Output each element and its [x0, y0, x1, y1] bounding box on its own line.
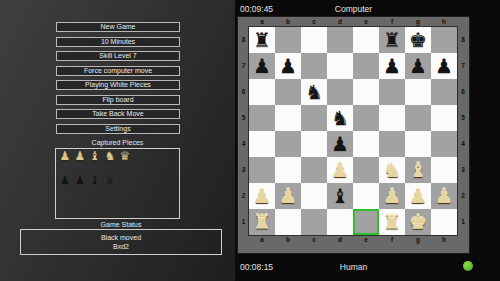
- human-label: Human: [237, 262, 470, 272]
- white-pawn: ♟: [249, 183, 275, 209]
- square-c1[interactable]: [301, 209, 327, 235]
- square-d8[interactable]: [327, 27, 353, 53]
- white-pawn: ♟: [275, 183, 301, 209]
- status-line-1: Black moved: [21, 233, 221, 242]
- square-e3[interactable]: [353, 157, 379, 183]
- square-b8[interactable]: [275, 27, 301, 53]
- turn-indicator: [463, 261, 473, 271]
- square-f5[interactable]: [379, 105, 405, 131]
- white-captured-pawn: ♟: [74, 150, 86, 163]
- black-pawn: ♟: [405, 53, 431, 79]
- black-pawn: ♟: [379, 53, 405, 79]
- coord-label-3: 3: [238, 157, 249, 183]
- square-f3[interactable]: ♞: [379, 157, 405, 183]
- white-pawn: ♟: [327, 157, 353, 183]
- playing-side-button[interactable]: Playing White Pieces: [56, 80, 180, 90]
- white-captured-queen: ♛: [119, 150, 131, 163]
- white-rook: ♜: [379, 209, 405, 235]
- square-a4[interactable]: [249, 131, 275, 157]
- square-f8[interactable]: ♜: [379, 27, 405, 53]
- square-a5[interactable]: [249, 105, 275, 131]
- captured-white-row: ♟♟♝♞♛: [56, 150, 179, 163]
- rank-labels-right: 87654321: [457, 27, 469, 235]
- square-f7[interactable]: ♟: [379, 53, 405, 79]
- square-b6[interactable]: [275, 79, 301, 105]
- coord-label-h: h: [431, 235, 457, 246]
- captured-pieces-box: ♟♟♝♞♛ ♟♟♝♛: [55, 148, 180, 219]
- square-f1[interactable]: ♜: [379, 209, 405, 235]
- square-h4[interactable]: [431, 131, 457, 157]
- square-e7[interactable]: [353, 53, 379, 79]
- square-d7[interactable]: [327, 53, 353, 79]
- square-e2[interactable]: [353, 183, 379, 209]
- square-f2[interactable]: ♟: [379, 183, 405, 209]
- captured-black-row: ♟♟♝♛: [56, 174, 179, 187]
- square-b5[interactable]: [275, 105, 301, 131]
- rank-labels-left: 87654321: [238, 27, 249, 235]
- time-control-button[interactable]: 10 Minutes: [56, 37, 180, 47]
- captured-pieces-title: Captured Pieces: [55, 139, 180, 146]
- coord-label-g: g: [405, 235, 431, 246]
- skill-level-button[interactable]: Skill Level 7: [56, 51, 180, 61]
- square-d2[interactable]: ♝: [327, 183, 353, 209]
- coord-label-5: 5: [238, 105, 249, 131]
- square-g1[interactable]: ♚: [405, 209, 431, 235]
- coord-label-f: f: [379, 17, 405, 27]
- square-b2[interactable]: ♟: [275, 183, 301, 209]
- square-h5[interactable]: [431, 105, 457, 131]
- square-b7[interactable]: ♟: [275, 53, 301, 79]
- square-e1[interactable]: [353, 209, 379, 235]
- black-captured-pawn: ♟: [74, 174, 86, 187]
- coord-label-e: e: [353, 17, 379, 27]
- black-king: ♚: [405, 27, 431, 53]
- white-captured-pawn: ♟: [59, 150, 71, 163]
- coord-label-f: f: [379, 235, 405, 246]
- square-d3[interactable]: ♟: [327, 157, 353, 183]
- white-rook: ♜: [249, 209, 275, 235]
- coord-label-7: 7: [457, 53, 469, 79]
- white-captured-bishop: ♝: [89, 150, 101, 163]
- game-status-box: Black moved Bxd2: [20, 229, 222, 255]
- black-captured-queen: ♛: [104, 174, 116, 187]
- white-king: ♚: [405, 209, 431, 235]
- square-g6[interactable]: [405, 79, 431, 105]
- coord-label-8: 8: [457, 27, 469, 53]
- white-captured-knight: ♞: [104, 150, 116, 163]
- coord-label-1: 1: [457, 209, 469, 235]
- square-a3[interactable]: [249, 157, 275, 183]
- square-d6[interactable]: [327, 79, 353, 105]
- black-knight: ♞: [327, 105, 353, 131]
- square-a7[interactable]: ♟: [249, 53, 275, 79]
- square-b4[interactable]: [275, 131, 301, 157]
- square-d1[interactable]: [327, 209, 353, 235]
- take-back-move-button[interactable]: Take Back Move: [56, 109, 180, 119]
- coord-label-1: 1: [238, 209, 249, 235]
- square-d4[interactable]: ♟: [327, 131, 353, 157]
- coord-label-5: 5: [457, 105, 469, 131]
- square-h2[interactable]: ♟: [431, 183, 457, 209]
- status-line-2: Bxd2: [21, 242, 221, 251]
- square-g5[interactable]: [405, 105, 431, 131]
- flip-board-button[interactable]: Flip board: [56, 95, 180, 105]
- coord-label-c: c: [301, 235, 327, 246]
- square-c7[interactable]: [301, 53, 327, 79]
- coord-label-g: g: [405, 17, 431, 27]
- square-b1[interactable]: [275, 209, 301, 235]
- square-c6[interactable]: ♞: [301, 79, 327, 105]
- coord-label-4: 4: [238, 131, 249, 157]
- square-c5[interactable]: [301, 105, 327, 131]
- square-a6[interactable]: [249, 79, 275, 105]
- coord-label-d: d: [327, 17, 353, 27]
- white-pawn: ♟: [431, 183, 457, 209]
- square-f6[interactable]: [379, 79, 405, 105]
- black-pawn: ♟: [327, 131, 353, 157]
- coord-label-4: 4: [457, 131, 469, 157]
- settings-button[interactable]: Settings: [56, 124, 180, 134]
- square-d5[interactable]: ♞: [327, 105, 353, 131]
- black-pawn: ♟: [431, 53, 457, 79]
- computer-label: Computer: [237, 4, 470, 14]
- black-rook: ♜: [249, 27, 275, 53]
- square-a8[interactable]: ♜: [249, 27, 275, 53]
- square-h6[interactable]: [431, 79, 457, 105]
- coord-label-6: 6: [238, 79, 249, 105]
- coord-label-b: b: [275, 17, 301, 27]
- coord-label-a: a: [249, 17, 275, 27]
- menu-panel: New Game 10 Minutes Skill Level 7 Force …: [56, 22, 180, 134]
- square-c2[interactable]: [301, 183, 327, 209]
- chess-board: abcdefgh 87654321 ♜♜♚♟♟♟♟♟♞♞♟♟♞♝♟♟♝♟♟♟♜♜…: [237, 16, 470, 254]
- square-g3[interactable]: ♝: [405, 157, 431, 183]
- coord-label-d: d: [327, 235, 353, 246]
- board-region: 00:09:45 Computer abcdefgh 87654321 ♜♜♚♟…: [235, 0, 500, 281]
- square-b3[interactable]: [275, 157, 301, 183]
- file-labels-bottom: abcdefgh: [249, 235, 457, 246]
- coord-label-e: e: [353, 235, 379, 246]
- square-c3[interactable]: [301, 157, 327, 183]
- black-pawn: ♟: [275, 53, 301, 79]
- square-g8[interactable]: ♚: [405, 27, 431, 53]
- coord-label-7: 7: [238, 53, 249, 79]
- white-pawn: ♟: [405, 183, 431, 209]
- coord-label-h: h: [431, 17, 457, 27]
- black-bishop: ♝: [327, 183, 353, 209]
- coord-label-2: 2: [457, 183, 469, 209]
- square-h8[interactable]: [431, 27, 457, 53]
- square-h7[interactable]: ♟: [431, 53, 457, 79]
- black-captured-bishop: ♝: [89, 174, 101, 187]
- square-e4[interactable]: [353, 131, 379, 157]
- coord-label-3: 3: [457, 157, 469, 183]
- coord-label-8: 8: [238, 27, 249, 53]
- square-h1[interactable]: [431, 209, 457, 235]
- black-rook: ♜: [379, 27, 405, 53]
- coord-label-c: c: [301, 17, 327, 27]
- square-g7[interactable]: ♟: [405, 53, 431, 79]
- square-a1[interactable]: ♜: [249, 209, 275, 235]
- square-f4[interactable]: [379, 131, 405, 157]
- coord-label-2: 2: [238, 183, 249, 209]
- square-e6[interactable]: [353, 79, 379, 105]
- coord-label-6: 6: [457, 79, 469, 105]
- white-bishop: ♝: [405, 157, 431, 183]
- black-pawn: ♟: [249, 53, 275, 79]
- square-e8[interactable]: [353, 27, 379, 53]
- white-knight: ♞: [379, 157, 405, 183]
- square-g4[interactable]: [405, 131, 431, 157]
- square-c4[interactable]: [301, 131, 327, 157]
- square-e5[interactable]: [353, 105, 379, 131]
- board-squares: ♜♜♚♟♟♟♟♟♞♞♟♟♞♝♟♟♝♟♟♟♜♜♚: [249, 27, 457, 235]
- black-knight: ♞: [301, 79, 327, 105]
- square-c8[interactable]: [301, 27, 327, 53]
- game-status-title: Game Status: [20, 221, 222, 228]
- coord-label-a: a: [249, 235, 275, 246]
- square-h3[interactable]: [431, 157, 457, 183]
- square-a2[interactable]: ♟: [249, 183, 275, 209]
- new-game-button[interactable]: New Game: [56, 22, 180, 32]
- force-computer-move-button[interactable]: Force computer move: [56, 66, 180, 76]
- black-captured-pawn: ♟: [59, 174, 71, 187]
- white-pawn: ♟: [379, 183, 405, 209]
- file-labels-top: abcdefgh: [249, 17, 457, 27]
- square-g2[interactable]: ♟: [405, 183, 431, 209]
- coord-label-b: b: [275, 235, 301, 246]
